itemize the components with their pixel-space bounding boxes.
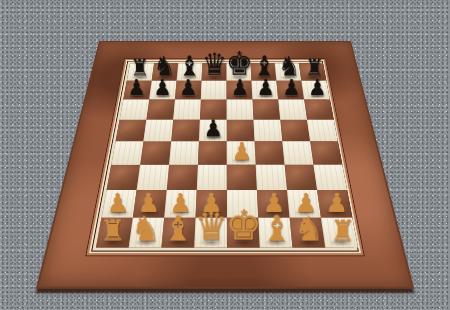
square-e3[interactable] bbox=[227, 165, 257, 190]
piece-white-bishop-c1[interactable]: ♝ bbox=[162, 210, 193, 245]
square-g5[interactable] bbox=[280, 120, 310, 142]
piece-black-pawn-g7[interactable]: ♟ bbox=[282, 76, 301, 98]
square-e7[interactable]: ♟ bbox=[227, 81, 253, 100]
board-grid: ♜♞♝♛♚♝♞♜♟♟♟♟♟♟♟♟♟♟♟♟♟♟♟♟♜♞♝♛♚♝♞♜ bbox=[96, 63, 358, 247]
square-a1[interactable]: ♜ bbox=[96, 218, 133, 248]
piece-white-knight-g1[interactable]: ♞ bbox=[294, 211, 324, 245]
frame-copper-line: ♜♞♝♛♚♝♞♜♟♟♟♟♟♟♟♟♟♟♟♟♟♟♟♟♜♞♝♛♚♝♞♜ bbox=[86, 59, 363, 255]
square-f6[interactable] bbox=[252, 99, 280, 119]
piece-white-queen-d1[interactable]: ♛ bbox=[194, 207, 227, 246]
square-b6[interactable] bbox=[146, 99, 175, 119]
square-a3[interactable] bbox=[107, 165, 141, 190]
square-g3[interactable] bbox=[285, 165, 318, 190]
piece-white-pawn-h2[interactable]: ♟ bbox=[325, 190, 348, 216]
square-e6[interactable] bbox=[227, 99, 254, 119]
frame-outer-line: ♜♞♝♛♚♝♞♜♟♟♟♟♟♟♟♟♟♟♟♟♟♟♟♟♜♞♝♛♚♝♞♜ bbox=[85, 59, 364, 257]
square-c5[interactable] bbox=[171, 120, 200, 142]
piece-black-pawn-c7[interactable]: ♟ bbox=[179, 76, 197, 98]
square-b4[interactable] bbox=[140, 141, 171, 164]
piece-white-rook-h1[interactable]: ♜ bbox=[329, 217, 355, 246]
square-b1[interactable]: ♞ bbox=[129, 218, 164, 248]
square-g4[interactable] bbox=[282, 141, 313, 164]
piece-black-pawn-e7[interactable]: ♟ bbox=[230, 76, 248, 98]
piece-black-pawn-h7[interactable]: ♟ bbox=[308, 76, 327, 98]
square-f3[interactable] bbox=[256, 165, 287, 190]
square-h4[interactable] bbox=[310, 141, 342, 164]
square-g7[interactable]: ♟ bbox=[276, 81, 304, 100]
square-f1[interactable]: ♝ bbox=[258, 218, 292, 248]
piece-white-pawn-e4[interactable]: ♟ bbox=[231, 139, 251, 163]
piece-white-knight-b1[interactable]: ♞ bbox=[130, 211, 160, 245]
square-h1[interactable]: ♜ bbox=[321, 218, 358, 248]
square-d8[interactable]: ♛ bbox=[202, 63, 227, 81]
square-g1[interactable]: ♞ bbox=[290, 218, 326, 248]
frame-pinstripe: ♜♞♝♛♚♝♞♜♟♟♟♟♟♟♟♟♟♟♟♟♟♟♟♟♜♞♝♛♚♝♞♜ bbox=[91, 61, 359, 251]
frame-cream-inner: ♜♞♝♛♚♝♞♜♟♟♟♟♟♟♟♟♟♟♟♟♟♟♟♟♜♞♝♛♚♝♞♜ bbox=[92, 62, 357, 251]
square-g6[interactable] bbox=[278, 99, 307, 119]
square-e4[interactable]: ♟ bbox=[227, 141, 256, 164]
piece-white-rook-a1[interactable]: ♜ bbox=[99, 217, 125, 246]
square-c1[interactable]: ♝ bbox=[161, 218, 195, 248]
square-a6[interactable] bbox=[120, 99, 150, 119]
piece-white-bishop-f1[interactable]: ♝ bbox=[261, 210, 292, 245]
piece-black-pawn-f7[interactable]: ♟ bbox=[256, 76, 274, 98]
photo-scene: ♜♞♝♛♚♝♞♜♟♟♟♟♟♟♟♟♟♟♟♟♟♟♟♟♜♞♝♛♚♝♞♜ bbox=[0, 0, 450, 310]
square-h6[interactable] bbox=[304, 99, 334, 119]
square-d7[interactable] bbox=[201, 81, 227, 100]
square-a4[interactable] bbox=[111, 141, 143, 164]
square-f5[interactable] bbox=[253, 120, 282, 142]
square-b5[interactable] bbox=[143, 120, 173, 142]
chess-board: ♜♞♝♛♚♝♞♜♟♟♟♟♟♟♟♟♟♟♟♟♟♟♟♟♜♞♝♛♚♝♞♜ bbox=[36, 41, 414, 289]
square-d4[interactable] bbox=[198, 141, 227, 164]
square-f4[interactable] bbox=[254, 141, 284, 164]
square-c3[interactable] bbox=[167, 165, 198, 190]
square-d5[interactable]: ♟ bbox=[199, 120, 227, 142]
square-d1[interactable]: ♛ bbox=[194, 218, 227, 248]
piece-black-queen-d8[interactable]: ♛ bbox=[201, 49, 226, 79]
square-h5[interactable] bbox=[307, 120, 338, 142]
square-a7[interactable]: ♟ bbox=[123, 81, 151, 100]
square-b3[interactable] bbox=[137, 165, 169, 190]
piece-white-pawn-a2[interactable]: ♟ bbox=[106, 190, 129, 216]
piece-black-pawn-b7[interactable]: ♟ bbox=[153, 76, 172, 98]
piece-black-pawn-a7[interactable]: ♟ bbox=[127, 76, 146, 98]
piece-black-pawn-d5[interactable]: ♟ bbox=[203, 117, 223, 140]
square-e1[interactable]: ♚ bbox=[227, 218, 260, 248]
frame-cream-outer: ♜♞♝♛♚♝♞♜♟♟♟♟♟♟♟♟♟♟♟♟♟♟♟♟♜♞♝♛♚♝♞♜ bbox=[89, 60, 361, 253]
square-b7[interactable]: ♟ bbox=[149, 81, 177, 100]
square-h3[interactable] bbox=[313, 165, 347, 190]
square-c6[interactable] bbox=[173, 99, 201, 119]
square-d3[interactable] bbox=[197, 165, 227, 190]
piece-white-king-e1[interactable]: ♚ bbox=[226, 204, 262, 246]
square-f7[interactable]: ♟ bbox=[251, 81, 278, 100]
square-a5[interactable] bbox=[116, 120, 147, 142]
square-c4[interactable] bbox=[169, 141, 199, 164]
square-h7[interactable]: ♟ bbox=[301, 81, 330, 100]
square-c7[interactable]: ♟ bbox=[175, 81, 202, 100]
